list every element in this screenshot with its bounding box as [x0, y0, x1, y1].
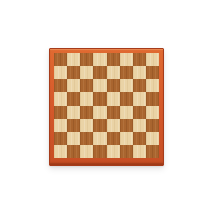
square-r7c7[interactable] — [133, 132, 146, 145]
square-r6c1[interactable] — [54, 119, 67, 132]
square-r2c4[interactable] — [93, 66, 106, 79]
square-r7c8[interactable] — [146, 132, 159, 145]
square-r8c7[interactable] — [133, 145, 146, 158]
square-r6c6[interactable] — [120, 119, 133, 132]
square-r1c1[interactable] — [54, 53, 67, 66]
square-r3c5[interactable] — [107, 79, 120, 92]
square-r3c7[interactable] — [133, 79, 146, 92]
square-r1c2[interactable] — [67, 53, 80, 66]
square-r4c3[interactable] — [80, 92, 93, 105]
square-r5c3[interactable] — [80, 106, 93, 119]
square-r2c3[interactable] — [80, 66, 93, 79]
square-r1c4[interactable] — [93, 53, 106, 66]
square-r8c5[interactable] — [107, 145, 120, 158]
square-r3c3[interactable] — [80, 79, 93, 92]
square-r7c5[interactable] — [107, 132, 120, 145]
square-r5c2[interactable] — [67, 106, 80, 119]
square-r2c8[interactable] — [146, 66, 159, 79]
square-r4c1[interactable] — [54, 92, 67, 105]
page-background — [0, 0, 210, 210]
square-r8c1[interactable] — [54, 145, 67, 158]
square-r7c6[interactable] — [120, 132, 133, 145]
square-r1c5[interactable] — [107, 53, 120, 66]
square-r2c7[interactable] — [133, 66, 146, 79]
square-r4c5[interactable] — [107, 92, 120, 105]
square-r5c6[interactable] — [120, 106, 133, 119]
square-r3c1[interactable] — [54, 79, 67, 92]
square-r5c5[interactable] — [107, 106, 120, 119]
square-r6c7[interactable] — [133, 119, 146, 132]
square-r6c8[interactable] — [146, 119, 159, 132]
square-r2c5[interactable] — [107, 66, 120, 79]
square-r2c2[interactable] — [67, 66, 80, 79]
square-r7c1[interactable] — [54, 132, 67, 145]
square-r2c1[interactable] — [54, 66, 67, 79]
square-r1c6[interactable] — [120, 53, 133, 66]
square-r1c3[interactable] — [80, 53, 93, 66]
square-r6c2[interactable] — [67, 119, 80, 132]
square-r8c4[interactable] — [93, 145, 106, 158]
square-r6c5[interactable] — [107, 119, 120, 132]
square-r8c2[interactable] — [67, 145, 80, 158]
square-r2c6[interactable] — [120, 66, 133, 79]
square-r4c8[interactable] — [146, 92, 159, 105]
square-r5c4[interactable] — [93, 106, 106, 119]
square-r8c3[interactable] — [80, 145, 93, 158]
square-r5c8[interactable] — [146, 106, 159, 119]
square-r3c6[interactable] — [120, 79, 133, 92]
square-r8c8[interactable] — [146, 145, 159, 158]
square-r1c8[interactable] — [146, 53, 159, 66]
square-r5c1[interactable] — [54, 106, 67, 119]
square-r4c7[interactable] — [133, 92, 146, 105]
square-r3c4[interactable] — [93, 79, 106, 92]
square-r7c2[interactable] — [67, 132, 80, 145]
chessboard-frame — [49, 48, 164, 166]
square-r4c4[interactable] — [93, 92, 106, 105]
square-r6c3[interactable] — [80, 119, 93, 132]
square-r7c3[interactable] — [80, 132, 93, 145]
square-r4c2[interactable] — [67, 92, 80, 105]
square-r5c7[interactable] — [133, 106, 146, 119]
square-r3c2[interactable] — [67, 79, 80, 92]
square-r3c8[interactable] — [146, 79, 159, 92]
chessboard — [54, 53, 159, 158]
square-r1c7[interactable] — [133, 53, 146, 66]
square-r8c6[interactable] — [120, 145, 133, 158]
square-r7c4[interactable] — [93, 132, 106, 145]
square-r4c6[interactable] — [120, 92, 133, 105]
square-r6c4[interactable] — [93, 119, 106, 132]
